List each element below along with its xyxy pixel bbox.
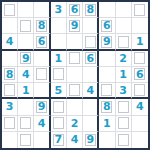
cell-r6c9[interactable]: [132, 83, 148, 99]
cell-digit: 9: [38, 101, 46, 112]
cell-digit: 6: [38, 36, 46, 47]
cell-r6c5[interactable]: [67, 83, 83, 99]
high-digit-marker: [85, 36, 96, 48]
high-digit-marker: [53, 117, 64, 129]
cell-digit: 8: [86, 4, 94, 15]
cell-r3c9[interactable]: 1: [132, 34, 148, 50]
cell-r3c7[interactable]: 9: [99, 34, 115, 50]
cell-r9c7[interactable]: [99, 132, 115, 148]
cell-digit: 2: [71, 118, 79, 129]
high-digit-marker: [118, 101, 129, 113]
cell-r1c5[interactable]: 6: [67, 2, 83, 18]
high-digit-marker: [53, 101, 64, 113]
cell-r4c8[interactable]: 2: [116, 51, 132, 67]
high-digit-marker: [118, 117, 129, 129]
cell-digit: 9: [86, 134, 94, 145]
cell-r5c5[interactable]: [67, 67, 83, 83]
cell-r9c5[interactable]: 4: [67, 132, 83, 148]
cell-r8c1[interactable]: [2, 116, 18, 132]
high-digit-marker: [69, 52, 80, 64]
cell-r5c9[interactable]: 6: [132, 67, 148, 83]
cell-r8c5[interactable]: 2: [67, 116, 83, 132]
cell-r7c1[interactable]: 3: [2, 99, 18, 115]
high-digit-marker: [4, 117, 15, 129]
cell-r4c3[interactable]: [34, 51, 50, 67]
cell-r8c4[interactable]: [51, 116, 67, 132]
cell-r6c1[interactable]: [2, 83, 18, 99]
cell-r1c2[interactable]: [18, 2, 34, 18]
cell-r9c6[interactable]: 9: [83, 132, 99, 148]
cell-r3c2[interactable]: [18, 34, 34, 50]
cell-r3c6[interactable]: [83, 34, 99, 50]
cell-r7c7[interactable]: 8: [99, 99, 115, 115]
cell-r8c9[interactable]: [132, 116, 148, 132]
cell-digit: 9: [103, 36, 111, 47]
cell-r9c9[interactable]: [132, 132, 148, 148]
high-digit-marker: [118, 36, 129, 48]
cell-r8c7[interactable]: 1: [99, 116, 115, 132]
cell-r7c2[interactable]: [18, 99, 34, 115]
cell-r8c3[interactable]: 4: [34, 116, 50, 132]
cell-r5c4[interactable]: [51, 67, 67, 83]
cell-digit: 6: [136, 69, 144, 80]
cell-r4c6[interactable]: 6: [83, 51, 99, 67]
cell-r2c8[interactable]: [116, 18, 132, 34]
cell-r7c9[interactable]: 4: [132, 99, 148, 115]
cell-digit: 4: [6, 36, 14, 47]
cell-r4c2[interactable]: 9: [18, 51, 34, 67]
cell-digit: 4: [136, 101, 144, 112]
cell-r4c9[interactable]: [132, 51, 148, 67]
cell-r6c7[interactable]: [99, 83, 115, 99]
cell-r4c1[interactable]: [2, 51, 18, 67]
cell-r1c8[interactable]: [116, 2, 132, 18]
cell-r1c1[interactable]: [2, 2, 18, 18]
cell-digit: 4: [71, 134, 79, 145]
cell-digit: 7: [54, 134, 62, 145]
cell-r6c8[interactable]: 3: [116, 83, 132, 99]
cell-digit: 9: [71, 20, 79, 31]
cell-r6c3[interactable]: [34, 83, 50, 99]
cell-digit: 8: [103, 101, 111, 112]
cell-r7c4[interactable]: [51, 99, 67, 115]
cell-digit: 6: [103, 20, 111, 31]
cell-r2c2[interactable]: [18, 18, 34, 34]
cell-digit: 1: [119, 69, 127, 80]
cell-r1c3[interactable]: [34, 2, 50, 18]
cell-digit: 9: [22, 53, 30, 64]
cell-r5c3[interactable]: [34, 67, 50, 83]
cell-r1c7[interactable]: [99, 2, 115, 18]
cell-digit: 8: [38, 20, 46, 31]
high-digit-marker: [20, 134, 31, 146]
cell-r2c9[interactable]: [132, 18, 148, 34]
cell-r2c7[interactable]: 6: [99, 18, 115, 34]
cell-r9c8[interactable]: [116, 132, 132, 148]
cell-digit: 6: [86, 53, 94, 64]
cell-digit: 3: [54, 4, 62, 15]
cell-r3c4[interactable]: [51, 34, 67, 50]
high-digit-marker: [101, 84, 112, 96]
cell-digit: 1: [54, 53, 62, 64]
cell-r2c6[interactable]: [83, 18, 99, 34]
cell-r9c3[interactable]: [34, 132, 50, 148]
cell-r6c4[interactable]: 5: [51, 83, 67, 99]
cell-r5c8[interactable]: 1: [116, 67, 132, 83]
cell-digit: 3: [119, 85, 127, 96]
cell-r1c9[interactable]: [132, 2, 148, 18]
cell-r5c2[interactable]: 4: [18, 67, 34, 83]
cell-digit: 8: [6, 69, 14, 80]
high-digit-marker: [36, 68, 47, 80]
high-digit-marker: [20, 20, 31, 32]
cell-digit: 4: [86, 85, 94, 96]
cell-r3c1[interactable]: 4: [2, 34, 18, 50]
cell-digit: 3: [6, 101, 14, 112]
cell-r8c6[interactable]: [83, 116, 99, 132]
cell-digit: 5: [54, 85, 62, 96]
high-digit-marker: [118, 134, 129, 146]
cell-r7c6[interactable]: [83, 99, 99, 115]
cell-r9c1[interactable]: [2, 132, 18, 148]
cell-r2c4[interactable]: [51, 18, 67, 34]
high-digit-marker: [20, 117, 31, 129]
cell-r6c2[interactable]: 1: [18, 83, 34, 99]
cell-r2c1[interactable]: [2, 18, 18, 34]
high-digit-marker: [69, 84, 80, 96]
high-digit-marker: [53, 68, 64, 80]
cell-digit: 1: [136, 36, 144, 47]
cell-r4c4[interactable]: 1: [51, 51, 67, 67]
cell-digit: 1: [22, 85, 30, 96]
cell-r3c8[interactable]: [116, 34, 132, 50]
cell-r3c3[interactable]: 6: [34, 34, 50, 50]
high-digit-marker: [4, 4, 15, 16]
high-digit-marker: [4, 84, 15, 96]
cell-r5c1[interactable]: 8: [2, 67, 18, 83]
cell-r1c4[interactable]: 3: [51, 2, 67, 18]
cell-r8c2[interactable]: [18, 116, 34, 132]
cell-r5c7[interactable]: [99, 67, 115, 83]
cell-r6c6[interactable]: 4: [83, 83, 99, 99]
cell-r1c6[interactable]: 8: [83, 2, 99, 18]
cell-r7c3[interactable]: 9: [34, 99, 50, 115]
cell-r5c6[interactable]: [83, 67, 99, 83]
cell-digit: 6: [71, 4, 79, 15]
cell-r3c5[interactable]: [67, 34, 83, 50]
cell-r7c8[interactable]: [116, 99, 132, 115]
cell-digit: 1: [103, 118, 111, 129]
sudoku-board: 36889646919162841615433984421749: [0, 0, 150, 150]
cell-digit: 4: [38, 118, 46, 129]
cell-digit: 4: [22, 69, 30, 80]
high-digit-marker: [134, 4, 145, 16]
cell-r2c5[interactable]: 9: [67, 18, 83, 34]
cell-r4c5[interactable]: [67, 51, 83, 67]
high-digit-marker: [134, 52, 145, 64]
cell-r7c5[interactable]: [67, 99, 83, 115]
cell-r2c3[interactable]: 8: [34, 18, 50, 34]
cell-r8c8[interactable]: [116, 116, 132, 132]
cell-r9c4[interactable]: 7: [51, 132, 67, 148]
cell-r4c7[interactable]: [99, 51, 115, 67]
high-digit-marker: [134, 84, 145, 96]
cell-digit: 2: [119, 53, 127, 64]
cell-r9c2[interactable]: [18, 132, 34, 148]
